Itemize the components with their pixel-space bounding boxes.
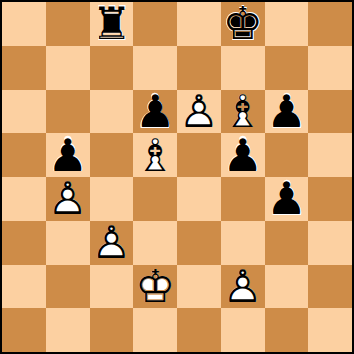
square-g3[interactable] xyxy=(265,221,309,265)
white-king-outline: ♔ xyxy=(133,265,177,309)
square-d1[interactable] xyxy=(133,308,177,352)
square-b7[interactable] xyxy=(46,46,90,90)
square-a5[interactable] xyxy=(2,133,46,177)
square-h4[interactable] xyxy=(308,177,352,221)
square-b2[interactable] xyxy=(46,265,90,309)
square-d5[interactable]: ♝♗ xyxy=(133,133,177,177)
square-c7[interactable] xyxy=(90,46,134,90)
square-h5[interactable] xyxy=(308,133,352,177)
square-h6[interactable] xyxy=(308,90,352,134)
white-king[interactable]: ♚♔ xyxy=(133,265,177,309)
square-d3[interactable] xyxy=(133,221,177,265)
square-f5[interactable]: ♟♟ xyxy=(221,133,265,177)
square-g2[interactable] xyxy=(265,265,309,309)
black-pawn[interactable]: ♟♟ xyxy=(265,177,309,221)
white-pawn[interactable]: ♟♙ xyxy=(90,221,134,265)
square-c2[interactable] xyxy=(90,265,134,309)
black-rook[interactable]: ♜♜ xyxy=(90,2,134,46)
square-g6[interactable]: ♟♟ xyxy=(265,90,309,134)
white-pawn[interactable]: ♟♙ xyxy=(221,265,265,309)
chess-board: ♜♜♚♚♟♟♟♙♝♗♟♟♟♟♝♗♟♟♟♙♟♟♟♙♚♔♟♙ xyxy=(0,0,354,354)
square-d4[interactable] xyxy=(133,177,177,221)
square-e6[interactable]: ♟♙ xyxy=(177,90,221,134)
square-e1[interactable] xyxy=(177,308,221,352)
square-b5[interactable]: ♟♟ xyxy=(46,133,90,177)
black-pawn[interactable]: ♟♟ xyxy=(46,133,90,177)
square-e8[interactable] xyxy=(177,2,221,46)
square-c3[interactable]: ♟♙ xyxy=(90,221,134,265)
square-c5[interactable] xyxy=(90,133,134,177)
black-pawn-body: ♟ xyxy=(46,133,90,177)
square-c6[interactable] xyxy=(90,90,134,134)
square-a6[interactable] xyxy=(2,90,46,134)
square-c4[interactable] xyxy=(90,177,134,221)
square-g4[interactable]: ♟♟ xyxy=(265,177,309,221)
square-d6[interactable]: ♟♟ xyxy=(133,90,177,134)
black-pawn-body: ♟ xyxy=(221,133,265,177)
square-a8[interactable] xyxy=(2,2,46,46)
square-f3[interactable] xyxy=(221,221,265,265)
square-a4[interactable] xyxy=(2,177,46,221)
black-pawn[interactable]: ♟♟ xyxy=(265,90,309,134)
square-a1[interactable] xyxy=(2,308,46,352)
white-pawn[interactable]: ♟♙ xyxy=(177,90,221,134)
square-h2[interactable] xyxy=(308,265,352,309)
black-pawn[interactable]: ♟♟ xyxy=(133,90,177,134)
square-g8[interactable] xyxy=(265,2,309,46)
white-pawn-outline: ♙ xyxy=(177,90,221,134)
square-c1[interactable] xyxy=(90,308,134,352)
square-d8[interactable] xyxy=(133,2,177,46)
black-pawn-body: ♟ xyxy=(133,90,177,134)
white-bishop-outline: ♗ xyxy=(133,133,177,177)
square-b1[interactable] xyxy=(46,308,90,352)
square-h1[interactable] xyxy=(308,308,352,352)
black-rook-body: ♜ xyxy=(90,2,134,46)
square-b8[interactable] xyxy=(46,2,90,46)
square-f8[interactable]: ♚♚ xyxy=(221,2,265,46)
square-b4[interactable]: ♟♙ xyxy=(46,177,90,221)
black-king-body: ♚ xyxy=(221,2,265,46)
square-a2[interactable] xyxy=(2,265,46,309)
white-pawn[interactable]: ♟♙ xyxy=(46,177,90,221)
white-pawn-outline: ♙ xyxy=(46,177,90,221)
white-pawn-outline: ♙ xyxy=(90,221,134,265)
square-b3[interactable] xyxy=(46,221,90,265)
square-d2[interactable]: ♚♔ xyxy=(133,265,177,309)
white-bishop[interactable]: ♝♗ xyxy=(133,133,177,177)
white-pawn-outline: ♙ xyxy=(221,265,265,309)
square-c8[interactable]: ♜♜ xyxy=(90,2,134,46)
square-e7[interactable] xyxy=(177,46,221,90)
square-h8[interactable] xyxy=(308,2,352,46)
black-pawn[interactable]: ♟♟ xyxy=(221,133,265,177)
black-pawn-body: ♟ xyxy=(265,90,309,134)
square-f2[interactable]: ♟♙ xyxy=(221,265,265,309)
square-a3[interactable] xyxy=(2,221,46,265)
square-a7[interactable] xyxy=(2,46,46,90)
square-h3[interactable] xyxy=(308,221,352,265)
square-e4[interactable] xyxy=(177,177,221,221)
square-e5[interactable] xyxy=(177,133,221,177)
square-e3[interactable] xyxy=(177,221,221,265)
square-f1[interactable] xyxy=(221,308,265,352)
square-f7[interactable] xyxy=(221,46,265,90)
square-h7[interactable] xyxy=(308,46,352,90)
black-king[interactable]: ♚♚ xyxy=(221,2,265,46)
square-f4[interactable] xyxy=(221,177,265,221)
square-e2[interactable] xyxy=(177,265,221,309)
black-pawn-body: ♟ xyxy=(265,177,309,221)
square-g1[interactable] xyxy=(265,308,309,352)
